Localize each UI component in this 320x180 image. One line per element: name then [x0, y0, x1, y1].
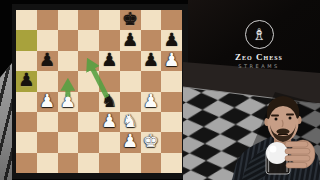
square-e7[interactable]: [99, 30, 120, 50]
square-e2[interactable]: [99, 132, 120, 152]
square-a3[interactable]: [16, 112, 37, 132]
white-pawn-c4: ♟: [60, 92, 76, 110]
square-a2[interactable]: [16, 132, 37, 152]
square-g5[interactable]: [141, 71, 162, 91]
square-h3[interactable]: [161, 112, 182, 132]
square-b1[interactable]: [37, 153, 58, 173]
square-h8[interactable]: [161, 10, 182, 30]
square-c7[interactable]: [58, 30, 79, 50]
white-king-g2: ♚: [143, 132, 159, 150]
square-h6[interactable]: ♟: [161, 51, 182, 71]
square-f5[interactable]: [120, 71, 141, 91]
square-f4[interactable]: [120, 92, 141, 112]
square-g4[interactable]: ♟: [141, 92, 162, 112]
square-b5[interactable]: [37, 71, 58, 91]
black-king-f8: ♚: [122, 10, 138, 28]
hand: [285, 140, 315, 168]
square-h4[interactable]: [161, 92, 182, 112]
square-g1[interactable]: [141, 153, 162, 173]
square-g8[interactable]: [141, 10, 162, 30]
square-c1[interactable]: [58, 153, 79, 173]
white-pawn-h6: ♟: [164, 51, 180, 69]
black-pawn-b6: ♟: [39, 51, 55, 69]
square-c2[interactable]: [58, 132, 79, 152]
square-f2[interactable]: ♟: [120, 132, 141, 152]
square-b3[interactable]: [37, 112, 58, 132]
white-pawn-f2: ♟: [122, 132, 138, 150]
logo: ♗ Zeo Chess STREAMS: [203, 20, 315, 69]
square-c3[interactable]: [58, 112, 79, 132]
white-pawn-e3: ♟: [101, 112, 117, 130]
square-h2[interactable]: [161, 132, 182, 152]
square-e8[interactable]: [99, 10, 120, 30]
square-a6[interactable]: [16, 51, 37, 71]
square-a1[interactable]: [16, 153, 37, 173]
mustache: [277, 129, 290, 135]
black-pawn-e6: ♟: [101, 51, 117, 69]
square-d4[interactable]: [78, 92, 99, 112]
square-d3[interactable]: [78, 112, 99, 132]
square-c8[interactable]: [58, 10, 79, 30]
square-a5[interactable]: ♟: [16, 71, 37, 91]
stacked-boards: [0, 58, 12, 180]
square-a4[interactable]: [16, 92, 37, 112]
square-d8[interactable]: [78, 10, 99, 30]
square-d6[interactable]: [78, 51, 99, 71]
logo-title: Zeo Chess: [203, 52, 315, 62]
square-d5[interactable]: [78, 71, 99, 91]
white-pawn-g4: ♟: [143, 92, 159, 110]
square-b4[interactable]: ♟: [37, 92, 58, 112]
square-h1[interactable]: [161, 153, 182, 173]
video-frame: ♚♟♟♟♟♟♟♟♟♟♞♟♟♞♟♚ ♗ Zeo Chess STREA: [0, 0, 320, 180]
black-pawn-h7: ♟: [164, 31, 180, 49]
square-d7[interactable]: [78, 30, 99, 50]
square-f8[interactable]: ♚: [120, 10, 141, 30]
square-a7[interactable]: [16, 30, 37, 50]
square-g3[interactable]: [141, 112, 162, 132]
square-c6[interactable]: [58, 51, 79, 71]
square-c5[interactable]: [58, 71, 79, 91]
black-pawn-a5: ♟: [18, 71, 34, 89]
streamer: [228, 88, 320, 180]
chess-board-frame: ♚♟♟♟♟♟♟♟♟♟♞♟♟♞♟♚: [12, 4, 188, 179]
chess-board[interactable]: ♚♟♟♟♟♟♟♟♟♟♞♟♟♞♟♚: [16, 10, 182, 173]
bishop-icon: ♗: [252, 27, 266, 43]
black-pawn-g6: ♟: [143, 51, 159, 69]
logo-circle: ♗: [245, 20, 274, 49]
square-b6[interactable]: ♟: [37, 51, 58, 71]
black-pawn-f7: ♟: [122, 31, 138, 49]
square-f3[interactable]: ♞: [120, 112, 141, 132]
square-e5[interactable]: [99, 71, 120, 91]
eye: [289, 117, 292, 120]
square-d1[interactable]: [78, 153, 99, 173]
square-g7[interactable]: [141, 30, 162, 50]
white-pawn-b4: ♟: [39, 92, 55, 110]
square-g6[interactable]: ♟: [141, 51, 162, 71]
eye: [275, 118, 278, 121]
square-d2[interactable]: [78, 132, 99, 152]
square-e6[interactable]: ♟: [99, 51, 120, 71]
square-f1[interactable]: [120, 153, 141, 173]
square-h5[interactable]: [161, 71, 182, 91]
square-e4[interactable]: ♞: [99, 92, 120, 112]
square-c4[interactable]: ♟: [58, 92, 79, 112]
square-f7[interactable]: ♟: [120, 30, 141, 50]
square-b7[interactable]: [37, 30, 58, 50]
square-a8[interactable]: [16, 10, 37, 30]
square-e3[interactable]: ♟: [99, 112, 120, 132]
square-f6[interactable]: [120, 51, 141, 71]
white-piece-in-glass: [266, 142, 288, 164]
stack-edges: [0, 58, 12, 180]
square-b2[interactable]: [37, 132, 58, 152]
white-knight-f3: ♞: [122, 112, 138, 130]
square-b8[interactable]: [37, 10, 58, 30]
logo-subtitle: STREAMS: [203, 63, 315, 69]
square-g2[interactable]: ♚: [141, 132, 162, 152]
black-knight-e4: ♞: [101, 92, 117, 110]
square-h7[interactable]: ♟: [161, 30, 182, 50]
square-e1[interactable]: [99, 153, 120, 173]
